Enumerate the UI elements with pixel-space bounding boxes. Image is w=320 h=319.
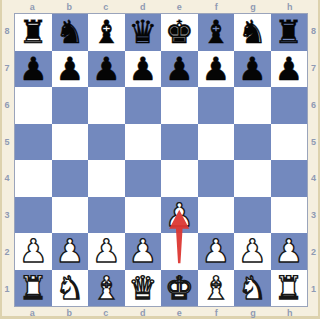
coord-label-h: h xyxy=(271,307,308,318)
square-d2[interactable]: ♟ xyxy=(125,233,162,270)
square-c8[interactable]: ♝ xyxy=(88,14,125,51)
square-e4[interactable] xyxy=(161,160,198,197)
coord-label-5: 5 xyxy=(0,123,14,160)
coord-label-c: c xyxy=(88,0,125,13)
piece-white-knight: ♞ xyxy=(238,272,267,304)
coord-label-3: 3 xyxy=(0,197,14,234)
coord-label-g: g xyxy=(235,0,272,13)
piece-black-king: ♚ xyxy=(165,16,194,48)
coord-label-6: 6 xyxy=(0,87,14,124)
square-h8[interactable]: ♜ xyxy=(271,14,308,51)
piece-white-pawn: ♟ xyxy=(92,235,121,267)
square-h5[interactable] xyxy=(271,124,308,161)
piece-white-bishop: ♝ xyxy=(92,272,121,304)
square-d6[interactable] xyxy=(125,87,162,124)
coord-label-1: 1 xyxy=(0,270,14,307)
piece-black-pawn: ♟ xyxy=(19,53,48,85)
piece-white-pawn: ♟ xyxy=(19,235,48,267)
piece-white-pawn: ♟ xyxy=(55,235,84,267)
coord-label-2: 2 xyxy=(308,234,319,271)
square-a5[interactable] xyxy=(15,124,52,161)
coord-label-7: 7 xyxy=(0,50,14,87)
square-g7[interactable]: ♟ xyxy=(234,51,271,88)
square-a3[interactable] xyxy=(15,197,52,234)
file-labels-bottom: abcdefgh xyxy=(14,307,308,318)
piece-white-king: ♚ xyxy=(165,272,194,304)
square-g1[interactable]: ♞ xyxy=(234,270,271,307)
square-a1[interactable]: ♜ xyxy=(15,270,52,307)
square-f1[interactable]: ♝ xyxy=(198,270,235,307)
coord-label-f: f xyxy=(198,307,235,318)
coord-label-e: e xyxy=(161,0,198,13)
square-c2[interactable]: ♟ xyxy=(88,233,125,270)
square-h1[interactable]: ♜ xyxy=(271,270,308,307)
piece-black-bishop: ♝ xyxy=(92,16,121,48)
rank-labels-left: 87654321 xyxy=(0,13,14,307)
coord-label-a: a xyxy=(14,0,51,13)
square-a6[interactable] xyxy=(15,87,52,124)
coord-label-a: a xyxy=(14,307,51,318)
coord-label-f: f xyxy=(198,0,235,13)
square-e7[interactable]: ♟ xyxy=(161,51,198,88)
square-b8[interactable]: ♞ xyxy=(52,14,89,51)
square-f3[interactable] xyxy=(198,197,235,234)
square-b7[interactable]: ♟ xyxy=(52,51,89,88)
piece-black-pawn: ♟ xyxy=(55,53,84,85)
square-f6[interactable] xyxy=(198,87,235,124)
square-a7[interactable]: ♟ xyxy=(15,51,52,88)
coord-label-3: 3 xyxy=(308,197,319,234)
piece-black-pawn: ♟ xyxy=(165,53,194,85)
piece-white-bishop: ♝ xyxy=(201,272,230,304)
square-g5[interactable] xyxy=(234,124,271,161)
coord-label-6: 6 xyxy=(308,87,319,124)
piece-black-bishop: ♝ xyxy=(201,16,230,48)
square-d7[interactable]: ♟ xyxy=(125,51,162,88)
square-a4[interactable] xyxy=(15,160,52,197)
square-c6[interactable] xyxy=(88,87,125,124)
square-b5[interactable] xyxy=(52,124,89,161)
coord-label-2: 2 xyxy=(0,234,14,271)
square-e6[interactable] xyxy=(161,87,198,124)
coord-label-d: d xyxy=(124,307,161,318)
piece-white-rook: ♜ xyxy=(274,272,303,304)
square-h6[interactable] xyxy=(271,87,308,124)
coord-label-h: h xyxy=(271,0,308,13)
square-c1[interactable]: ♝ xyxy=(88,270,125,307)
file-labels-top: abcdefgh xyxy=(14,0,308,13)
coord-label-4: 4 xyxy=(0,160,14,197)
coord-label-b: b xyxy=(51,0,88,13)
square-g2[interactable]: ♟ xyxy=(234,233,271,270)
piece-black-pawn: ♟ xyxy=(274,53,303,85)
piece-white-pawn: ♟ xyxy=(128,235,157,267)
coord-label-5: 5 xyxy=(308,123,319,160)
square-h7[interactable]: ♟ xyxy=(271,51,308,88)
square-f8[interactable]: ♝ xyxy=(198,14,235,51)
square-b4[interactable] xyxy=(52,160,89,197)
square-e3[interactable]: ♟ xyxy=(161,197,198,234)
square-d3[interactable] xyxy=(125,197,162,234)
square-g6[interactable] xyxy=(234,87,271,124)
piece-white-queen: ♛ xyxy=(128,272,157,304)
coord-label-b: b xyxy=(51,307,88,318)
piece-white-pawn: ♟ xyxy=(201,235,230,267)
piece-black-pawn: ♟ xyxy=(128,53,157,85)
piece-white-pawn: ♟ xyxy=(274,235,303,267)
square-h2[interactable]: ♟ xyxy=(271,233,308,270)
square-a2[interactable]: ♟ xyxy=(15,233,52,270)
square-d8[interactable]: ♛ xyxy=(125,14,162,51)
piece-black-knight: ♞ xyxy=(238,16,267,48)
coord-label-8: 8 xyxy=(0,13,14,50)
square-g4[interactable] xyxy=(234,160,271,197)
square-f7[interactable]: ♟ xyxy=(198,51,235,88)
piece-white-rook: ♜ xyxy=(19,272,48,304)
coord-label-e: e xyxy=(161,307,198,318)
square-f5[interactable] xyxy=(198,124,235,161)
coord-label-7: 7 xyxy=(308,50,319,87)
square-c3[interactable] xyxy=(88,197,125,234)
rank-labels-right: 87654321 xyxy=(308,13,319,307)
square-e1[interactable]: ♚ xyxy=(161,270,198,307)
square-b2[interactable]: ♟ xyxy=(52,233,89,270)
board-squares: ♜♞♝♛♚♝♞♜♟♟♟♟♟♟♟♟♟♟♟♟♟♟♟♟♜♞♝♛♚♝♞♜ xyxy=(15,14,307,306)
square-g8[interactable]: ♞ xyxy=(234,14,271,51)
piece-black-knight: ♞ xyxy=(55,16,84,48)
coord-label-g: g xyxy=(235,307,272,318)
square-h4[interactable] xyxy=(271,160,308,197)
coord-label-4: 4 xyxy=(308,160,319,197)
square-e8[interactable]: ♚ xyxy=(161,14,198,51)
square-c5[interactable] xyxy=(88,124,125,161)
piece-black-pawn: ♟ xyxy=(92,53,121,85)
piece-white-pawn: ♟ xyxy=(165,199,194,231)
square-f4[interactable] xyxy=(198,160,235,197)
piece-black-pawn: ♟ xyxy=(201,53,230,85)
chessboard: ♜♞♝♛♚♝♞♜♟♟♟♟♟♟♟♟♟♟♟♟♟♟♟♟♜♞♝♛♚♝♞♜ xyxy=(14,13,308,307)
square-d4[interactable] xyxy=(125,160,162,197)
coord-label-d: d xyxy=(124,0,161,13)
square-c4[interactable] xyxy=(88,160,125,197)
square-b1[interactable]: ♞ xyxy=(52,270,89,307)
piece-black-rook: ♜ xyxy=(19,16,48,48)
square-b3[interactable] xyxy=(52,197,89,234)
coord-label-8: 8 xyxy=(308,13,319,50)
square-h3[interactable] xyxy=(271,197,308,234)
square-a8[interactable]: ♜ xyxy=(15,14,52,51)
square-e5[interactable] xyxy=(161,124,198,161)
piece-black-queen: ♛ xyxy=(128,16,157,48)
piece-white-knight: ♞ xyxy=(55,272,84,304)
coord-label-c: c xyxy=(88,307,125,318)
square-c7[interactable]: ♟ xyxy=(88,51,125,88)
piece-black-rook: ♜ xyxy=(274,16,303,48)
piece-black-pawn: ♟ xyxy=(238,53,267,85)
coord-label-1: 1 xyxy=(308,270,319,307)
square-d1[interactable]: ♛ xyxy=(125,270,162,307)
square-g3[interactable] xyxy=(234,197,271,234)
square-b6[interactable] xyxy=(52,87,89,124)
square-f2[interactable]: ♟ xyxy=(198,233,235,270)
chess-app: abcdefgh 87654321 87654321 abcdefgh ♜♞♝♛… xyxy=(0,0,320,319)
square-e2[interactable] xyxy=(161,233,198,270)
piece-white-pawn: ♟ xyxy=(238,235,267,267)
square-d5[interactable] xyxy=(125,124,162,161)
